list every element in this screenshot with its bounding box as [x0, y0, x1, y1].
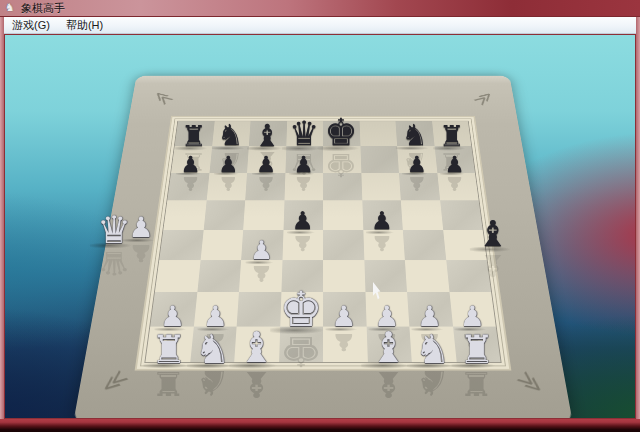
square-g6[interactable] — [398, 173, 439, 201]
square-b1[interactable] — [189, 326, 236, 362]
square-d1[interactable] — [278, 326, 322, 362]
square-a4[interactable] — [159, 230, 203, 261]
corner-flourish-tl: ≫ — [148, 88, 177, 108]
corner-flourish-tr: ≫ — [469, 88, 498, 108]
app-knight-icon: ♞ — [5, 2, 17, 14]
square-b8[interactable] — [211, 121, 250, 146]
square-g5[interactable] — [400, 200, 442, 229]
square-h7[interactable] — [434, 146, 475, 172]
square-f7[interactable] — [360, 146, 399, 172]
square-d6[interactable] — [284, 173, 323, 201]
square-d4[interactable] — [282, 230, 323, 261]
square-c2[interactable] — [236, 292, 280, 326]
square-f5[interactable] — [361, 200, 402, 229]
square-h1[interactable] — [452, 326, 500, 362]
square-h2[interactable] — [449, 292, 496, 326]
square-f8[interactable] — [359, 121, 397, 146]
square-b2[interactable] — [193, 292, 238, 326]
square-f1[interactable] — [366, 326, 412, 362]
square-e7[interactable] — [323, 146, 361, 172]
square-f6[interactable] — [360, 173, 400, 201]
square-a2[interactable] — [150, 292, 197, 326]
square-g2[interactable] — [407, 292, 452, 326]
square-e1[interactable] — [323, 326, 367, 362]
square-a6[interactable] — [167, 173, 209, 201]
square-d5[interactable] — [283, 200, 323, 229]
square-c5[interactable] — [243, 200, 284, 229]
title-bar[interactable]: ♞ 象棋高手 — [0, 0, 640, 17]
square-h8[interactable] — [431, 121, 471, 146]
square-e2[interactable] — [323, 292, 366, 326]
game-viewport: ≫ ≫ ≫ ≫ ♜♞♝♛♚♞♜♟♟♟♟♟♟♟♟♟♟♟♚♟♟♟♟♜♞♝♝♞♜ ♛♟… — [4, 34, 636, 419]
square-e6[interactable] — [323, 173, 362, 201]
square-a7[interactable] — [171, 146, 212, 172]
square-g4[interactable] — [402, 230, 445, 261]
square-c4[interactable] — [241, 230, 283, 261]
square-b5[interactable] — [203, 200, 245, 229]
square-b7[interactable] — [209, 146, 249, 172]
square-a8[interactable] — [174, 121, 214, 146]
window-border-right — [636, 17, 640, 432]
square-a1[interactable] — [145, 326, 193, 362]
chess-table: ≫ ≫ ≫ ≫ — [73, 76, 573, 419]
square-f4[interactable] — [362, 230, 404, 261]
square-f2[interactable] — [365, 292, 409, 326]
square-c3[interactable] — [238, 260, 281, 292]
square-h6[interactable] — [436, 173, 478, 201]
square-c7[interactable] — [247, 146, 286, 172]
square-h3[interactable] — [445, 260, 490, 292]
square-f3[interactable] — [363, 260, 406, 292]
square-g1[interactable] — [409, 326, 456, 362]
square-e4[interactable] — [323, 230, 364, 261]
square-c1[interactable] — [234, 326, 280, 362]
square-h5[interactable] — [439, 200, 482, 229]
square-g7[interactable] — [397, 146, 437, 172]
app-window: ♞ 象棋高手 游戏(G) 帮助(H) ≫ ≫ ≫ ≫ ♜♞♝♛♚♞♜♟♟♟♟♟♟… — [0, 0, 640, 432]
window-border-bottom — [0, 419, 640, 432]
chess-board — [144, 121, 501, 363]
window-title: 象棋高手 — [21, 1, 65, 16]
square-a5[interactable] — [163, 200, 206, 229]
corner-flourish-br: ≫ — [512, 366, 549, 398]
square-c8[interactable] — [248, 121, 286, 146]
square-c6[interactable] — [245, 173, 285, 201]
square-d7[interactable] — [285, 146, 323, 172]
square-g8[interactable] — [395, 121, 434, 146]
square-g3[interactable] — [404, 260, 448, 292]
square-e8[interactable] — [323, 121, 360, 146]
square-a3[interactable] — [154, 260, 199, 292]
menu-game[interactable]: 游戏(G) — [4, 17, 58, 34]
square-h4[interactable] — [442, 230, 486, 261]
corner-flourish-bl: ≫ — [96, 366, 133, 398]
menu-bar: 游戏(G) 帮助(H) — [0, 17, 640, 34]
menu-help[interactable]: 帮助(H) — [58, 17, 111, 34]
square-e3[interactable] — [323, 260, 365, 292]
square-b3[interactable] — [196, 260, 240, 292]
square-d3[interactable] — [280, 260, 322, 292]
square-b6[interactable] — [206, 173, 247, 201]
square-d2[interactable] — [279, 292, 322, 326]
square-b4[interactable] — [200, 230, 243, 261]
square-e5[interactable] — [323, 200, 363, 229]
window-border-left — [0, 17, 4, 432]
square-d8[interactable] — [285, 121, 322, 146]
